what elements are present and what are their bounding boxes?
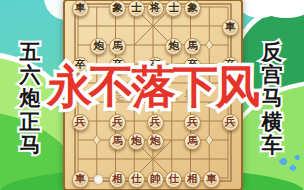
piece-black-馬[interactable]: 馬 [184, 38, 201, 55]
piece-label: 帥 [150, 174, 161, 185]
piece-label: 兵 [187, 117, 198, 128]
caption-text: 反宫马横车 [257, 40, 287, 156]
piece-black-象[interactable]: 象 [184, 0, 201, 17]
piece-label: 兵 [225, 117, 236, 128]
piece-black-車[interactable]: 車 [72, 0, 89, 17]
piece-label: 相 [187, 174, 198, 185]
piece-red-車[interactable]: 車 [203, 171, 220, 188]
piece-label: 将 [150, 3, 161, 14]
piece-label: 馬 [187, 136, 198, 147]
piece-label: 象 [112, 3, 123, 14]
piece-red-炮[interactable]: 炮 [147, 133, 164, 150]
thumbnail-stage: 楚河 汉界 車象士将士象車炮馬炮馬卒卒卒卒卒兵兵兵兵兵馬炮炮馬車相仕帥仕相車 五… [0, 0, 304, 190]
piece-red-炮[interactable]: 炮 [128, 133, 145, 150]
piece-label: 車 [75, 174, 86, 185]
piece-red-兵[interactable]: 兵 [72, 114, 89, 131]
piece-label: 馬 [187, 41, 198, 52]
piece-red-帥[interactable]: 帥 [147, 171, 164, 188]
piece-label: 士 [131, 3, 142, 14]
piece-label: 馬 [112, 41, 123, 52]
piece-black-士[interactable]: 士 [128, 0, 145, 17]
piece-red-馬[interactable]: 馬 [109, 133, 126, 150]
piece-black-炮[interactable]: 炮 [90, 38, 107, 55]
piece-red-相[interactable]: 相 [109, 171, 126, 188]
banner-text: 永不落下风 [47, 61, 257, 112]
piece-red-馬[interactable]: 馬 [184, 133, 201, 150]
piece-label: 象 [187, 3, 198, 14]
piece-label: 炮 [150, 136, 161, 147]
piece-red-兵[interactable]: 兵 [109, 114, 126, 131]
piece-black-馬[interactable]: 馬 [109, 38, 126, 55]
piece-label: 炮 [169, 41, 180, 52]
piece-label: 炮 [131, 136, 142, 147]
piece-label: 仕 [131, 174, 142, 185]
piece-label: 士 [169, 3, 180, 14]
caption-text: 五六炮正马 [15, 40, 45, 156]
piece-red-相[interactable]: 相 [184, 171, 201, 188]
piece-label: 炮 [94, 41, 105, 52]
piece-black-士[interactable]: 士 [165, 0, 182, 17]
piece-label: 車 [225, 22, 236, 33]
last-move-origin-marker [94, 175, 103, 184]
piece-label: 兵 [75, 117, 86, 128]
piece-label: 相 [112, 174, 123, 185]
piece-label: 兵 [150, 117, 161, 128]
piece-red-兵[interactable]: 兵 [184, 114, 201, 131]
piece-red-兵[interactable]: 兵 [222, 114, 239, 131]
piece-label: 馬 [112, 136, 123, 147]
piece-black-炮[interactable]: 炮 [165, 38, 182, 55]
piece-label: 兵 [112, 117, 123, 128]
piece-red-車[interactable]: 車 [72, 171, 89, 188]
piece-black-車[interactable]: 車 [222, 19, 239, 36]
piece-red-仕[interactable]: 仕 [165, 171, 182, 188]
piece-label: 仕 [169, 174, 180, 185]
piece-red-兵[interactable]: 兵 [147, 114, 164, 131]
piece-black-将[interactable]: 将 [147, 0, 164, 17]
banner-headline: 永不落下风 永不落下风 [47, 64, 257, 109]
piece-red-仕[interactable]: 仕 [128, 171, 145, 188]
piece-black-象[interactable]: 象 [109, 0, 126, 17]
piece-label: 車 [206, 174, 217, 185]
piece-label: 車 [75, 3, 86, 14]
